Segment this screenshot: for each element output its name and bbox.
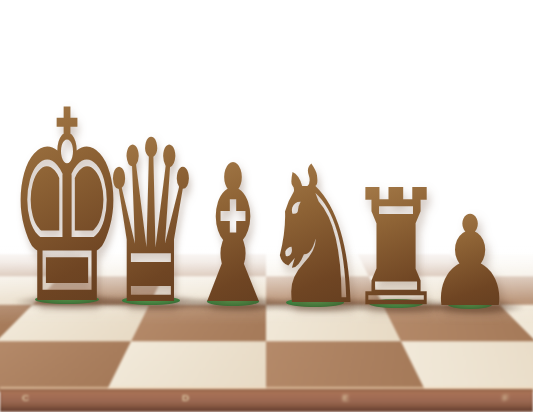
piece-pawn: ♟ xyxy=(426,199,513,324)
chess-product-photo: CDEF ♚♛♝♞♜♟ xyxy=(0,0,533,412)
piece-row: ♚♛♝♞♜♟ xyxy=(0,0,533,412)
